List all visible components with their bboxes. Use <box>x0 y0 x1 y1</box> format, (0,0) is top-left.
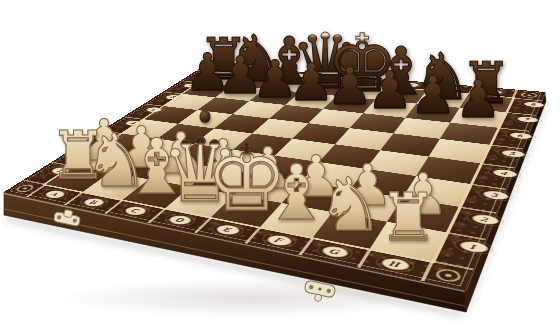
file-label-bottom-e: E <box>213 223 242 236</box>
rank-label-right-6: 6 <box>508 132 532 140</box>
rank-label-left-6: 6 <box>163 94 183 100</box>
rank-label-right-7: 7 <box>516 116 539 123</box>
file-label-bottom-c: C <box>121 205 149 216</box>
rank-label-left-8: 8 <box>198 72 216 77</box>
rank-label-right-1: 1 <box>458 240 490 255</box>
file-label-top-e: E <box>362 79 382 84</box>
rank-label-right-3: 3 <box>481 190 509 201</box>
file-label-bottom-g: G <box>319 245 350 260</box>
rank-label-left-5: 5 <box>144 107 164 113</box>
rank-label-right-4: 4 <box>491 168 518 178</box>
rank-label-right-2: 2 <box>470 213 500 226</box>
file-label-top-f: F <box>400 82 420 87</box>
file-label-top-h: H <box>482 89 503 95</box>
file-label-bottom-d: D <box>166 214 194 226</box>
rank-label-left-7: 7 <box>181 83 200 88</box>
rank-label-left-1: 1 <box>48 166 72 175</box>
rank-label-left-4: 4 <box>123 120 144 127</box>
file-label-bottom-a: A <box>42 189 68 199</box>
rank-label-left-2: 2 <box>75 150 98 158</box>
rank-label-right-5: 5 <box>500 149 525 158</box>
file-label-bottom-h: H <box>379 256 412 272</box>
file-label-top-d: D <box>326 76 345 81</box>
file-label-top-g: G <box>440 85 461 91</box>
rank-label-right-8: 8 <box>523 101 545 108</box>
chess-set-photo: AA88BB77CC66DD55EE44FF33GG22HH11 ♜♞♝♛♚♝♞… <box>0 0 560 330</box>
file-label-top-c: C <box>291 73 310 78</box>
file-label-bottom-b: B <box>80 197 107 208</box>
rank-label-left-3: 3 <box>100 134 122 141</box>
file-label-top-a: A <box>227 68 245 73</box>
file-label-bottom-f: F <box>264 234 294 248</box>
file-label-top-b: B <box>258 70 276 75</box>
